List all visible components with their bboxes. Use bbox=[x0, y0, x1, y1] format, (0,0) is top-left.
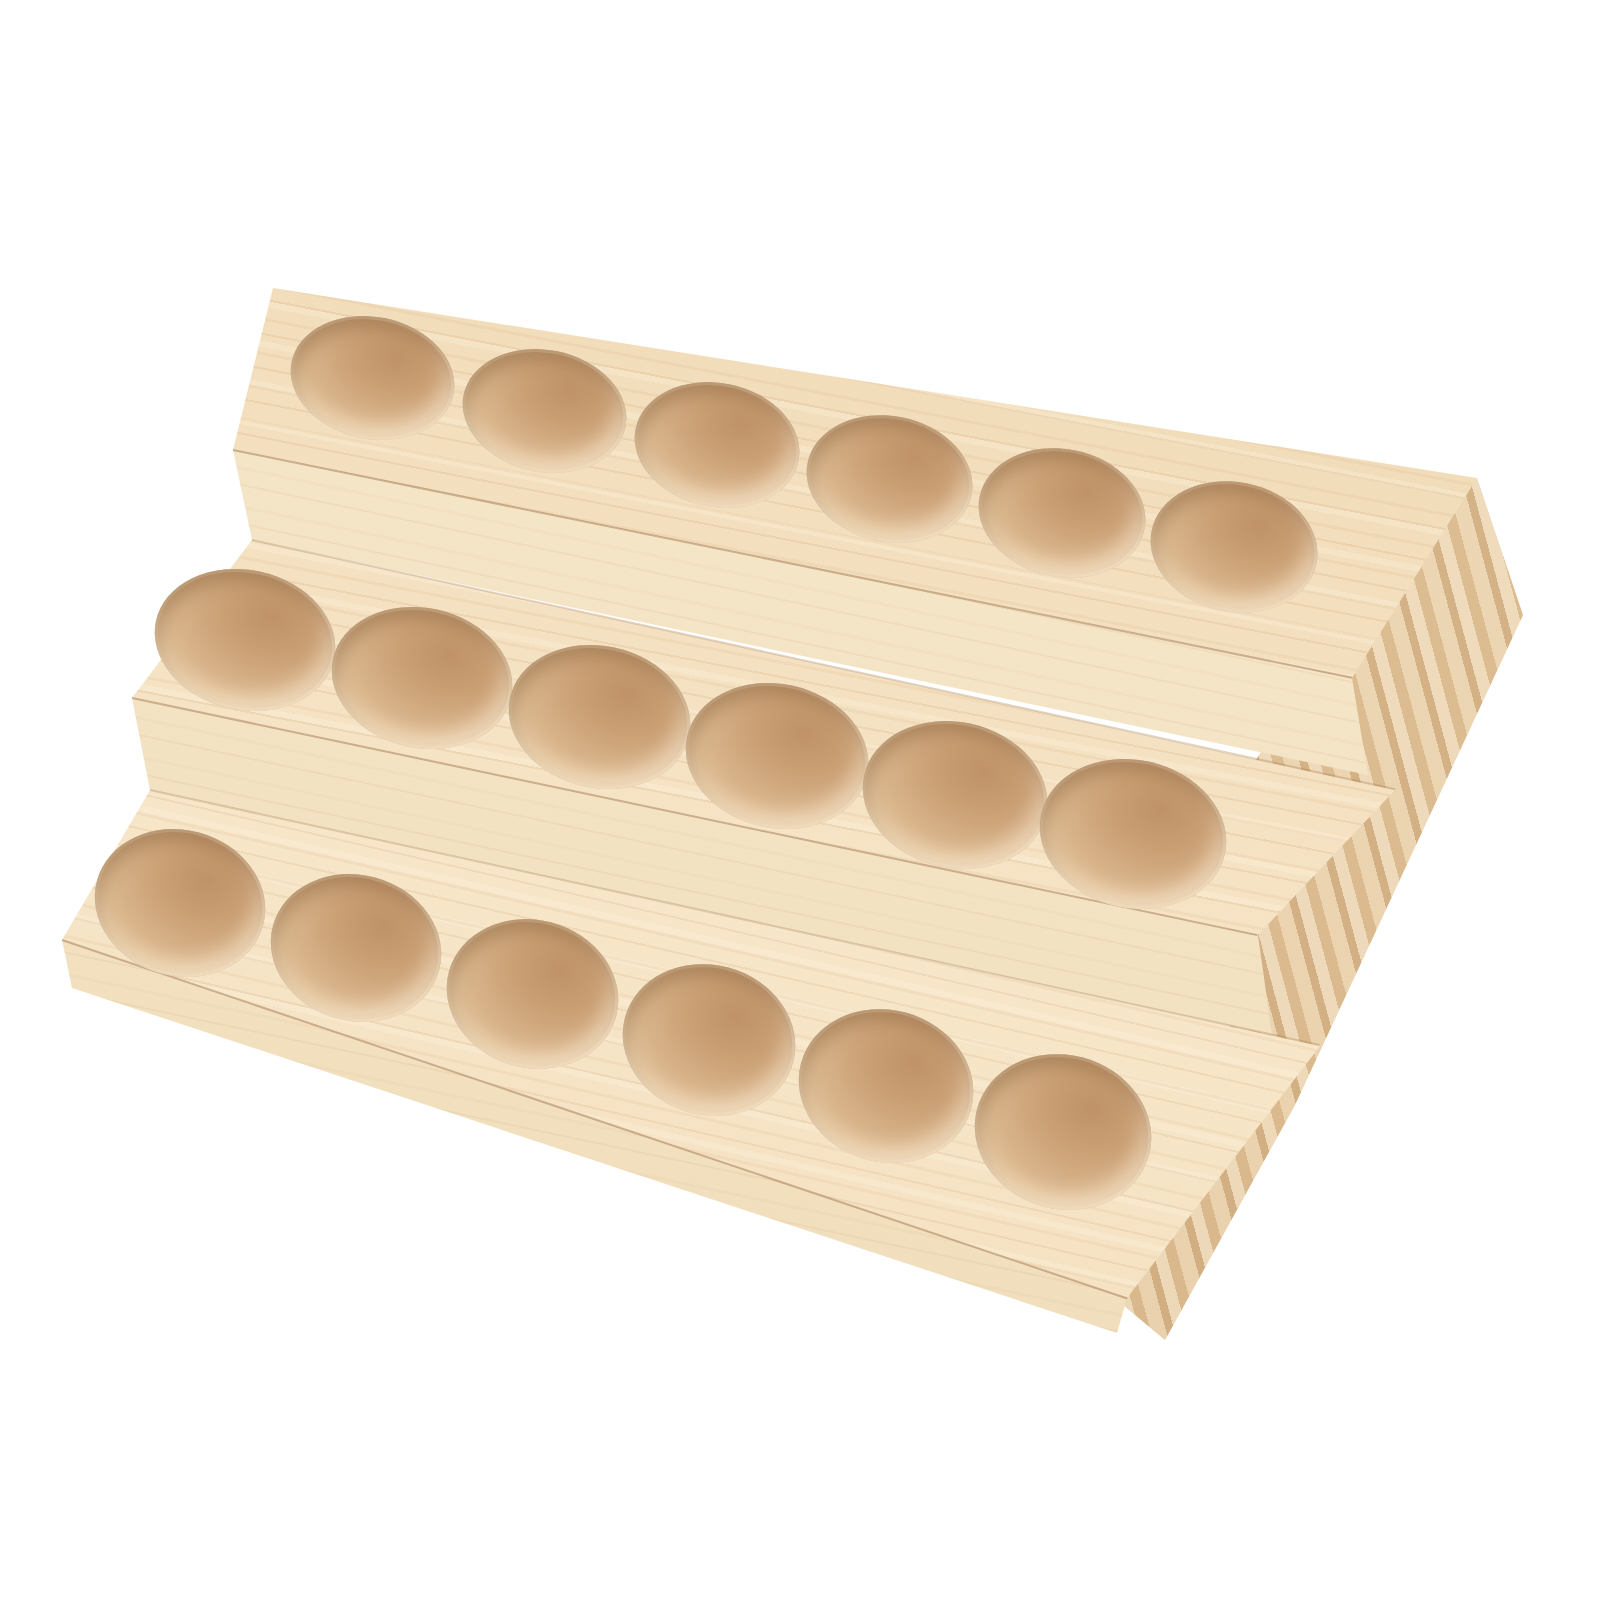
board-scene bbox=[0, 0, 1600, 1600]
